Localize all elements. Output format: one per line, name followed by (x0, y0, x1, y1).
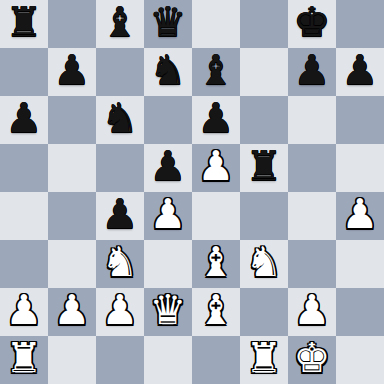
black-pawn[interactable]: ♟ (294, 46, 331, 94)
square-c5[interactable] (96, 144, 144, 192)
square-f1[interactable]: ♜ (240, 336, 288, 384)
black-pawn[interactable]: ♟ (102, 190, 139, 238)
white-pawn[interactable]: ♟ (102, 286, 139, 334)
square-b7[interactable]: ♟ (48, 48, 96, 96)
square-d7[interactable]: ♞ (144, 48, 192, 96)
square-b3[interactable] (48, 240, 96, 288)
square-e6[interactable]: ♟ (192, 96, 240, 144)
square-d8[interactable]: ♛ (144, 0, 192, 48)
white-pawn[interactable]: ♟ (6, 286, 43, 334)
square-g4[interactable] (288, 192, 336, 240)
square-g6[interactable] (288, 96, 336, 144)
square-b1[interactable] (48, 336, 96, 384)
square-d5[interactable]: ♟ (144, 144, 192, 192)
white-knight[interactable]: ♞ (246, 238, 283, 286)
square-a7[interactable] (0, 48, 48, 96)
white-king[interactable]: ♚ (294, 334, 331, 382)
square-b6[interactable] (48, 96, 96, 144)
square-b8[interactable] (48, 0, 96, 48)
square-a5[interactable] (0, 144, 48, 192)
square-a4[interactable] (0, 192, 48, 240)
square-f7[interactable] (240, 48, 288, 96)
white-pawn[interactable]: ♟ (342, 190, 379, 238)
square-a6[interactable]: ♟ (0, 96, 48, 144)
black-knight[interactable]: ♞ (150, 46, 187, 94)
square-h2[interactable] (336, 288, 384, 336)
square-g8[interactable]: ♚ (288, 0, 336, 48)
square-e2[interactable]: ♝ (192, 288, 240, 336)
black-pawn[interactable]: ♟ (150, 142, 187, 190)
square-d6[interactable] (144, 96, 192, 144)
square-h7[interactable]: ♟ (336, 48, 384, 96)
square-e5[interactable]: ♟ (192, 144, 240, 192)
square-d3[interactable] (144, 240, 192, 288)
square-e4[interactable] (192, 192, 240, 240)
square-c8[interactable]: ♝ (96, 0, 144, 48)
black-king[interactable]: ♚ (294, 0, 331, 46)
square-c3[interactable]: ♞ (96, 240, 144, 288)
square-h8[interactable] (336, 0, 384, 48)
square-g5[interactable] (288, 144, 336, 192)
black-pawn[interactable]: ♟ (6, 94, 43, 142)
white-pawn[interactable]: ♟ (198, 142, 235, 190)
square-h5[interactable] (336, 144, 384, 192)
square-d2[interactable]: ♛ (144, 288, 192, 336)
square-g1[interactable]: ♚ (288, 336, 336, 384)
square-e3[interactable]: ♝ (192, 240, 240, 288)
square-e8[interactable] (192, 0, 240, 48)
square-a1[interactable]: ♜ (0, 336, 48, 384)
square-f3[interactable]: ♞ (240, 240, 288, 288)
square-f6[interactable] (240, 96, 288, 144)
black-rook[interactable]: ♜ (6, 0, 43, 46)
chess-board: ♜♝♛♚♟♞♝♟♟♟♞♟♟♟♜♟♟♟♞♝♞♟♟♟♛♝♟♜♜♚ (0, 0, 384, 384)
white-pawn[interactable]: ♟ (150, 190, 187, 238)
square-f8[interactable] (240, 0, 288, 48)
square-f5[interactable]: ♜ (240, 144, 288, 192)
white-rook[interactable]: ♜ (6, 334, 43, 382)
square-g3[interactable] (288, 240, 336, 288)
black-bishop[interactable]: ♝ (198, 46, 235, 94)
white-pawn[interactable]: ♟ (294, 286, 331, 334)
square-e1[interactable] (192, 336, 240, 384)
square-a2[interactable]: ♟ (0, 288, 48, 336)
black-pawn[interactable]: ♟ (342, 46, 379, 94)
square-h1[interactable] (336, 336, 384, 384)
square-c6[interactable]: ♞ (96, 96, 144, 144)
square-e7[interactable]: ♝ (192, 48, 240, 96)
square-h3[interactable] (336, 240, 384, 288)
square-g2[interactable]: ♟ (288, 288, 336, 336)
square-h4[interactable]: ♟ (336, 192, 384, 240)
white-knight[interactable]: ♞ (102, 238, 139, 286)
white-bishop[interactable]: ♝ (198, 286, 235, 334)
square-c2[interactable]: ♟ (96, 288, 144, 336)
square-b2[interactable]: ♟ (48, 288, 96, 336)
black-rook[interactable]: ♜ (246, 142, 283, 190)
square-b5[interactable] (48, 144, 96, 192)
square-h6[interactable] (336, 96, 384, 144)
square-a8[interactable]: ♜ (0, 0, 48, 48)
white-queen[interactable]: ♛ (150, 286, 187, 334)
black-pawn[interactable]: ♟ (198, 94, 235, 142)
square-g7[interactable]: ♟ (288, 48, 336, 96)
white-rook[interactable]: ♜ (246, 334, 283, 382)
square-f2[interactable] (240, 288, 288, 336)
black-knight[interactable]: ♞ (102, 94, 139, 142)
square-c1[interactable] (96, 336, 144, 384)
black-bishop[interactable]: ♝ (102, 0, 139, 46)
white-pawn[interactable]: ♟ (54, 286, 91, 334)
black-pawn[interactable]: ♟ (54, 46, 91, 94)
white-bishop[interactable]: ♝ (198, 238, 235, 286)
black-queen[interactable]: ♛ (150, 0, 187, 46)
square-d4[interactable]: ♟ (144, 192, 192, 240)
square-f4[interactable] (240, 192, 288, 240)
square-c4[interactable]: ♟ (96, 192, 144, 240)
square-d1[interactable] (144, 336, 192, 384)
square-b4[interactable] (48, 192, 96, 240)
square-a3[interactable] (0, 240, 48, 288)
square-c7[interactable] (96, 48, 144, 96)
